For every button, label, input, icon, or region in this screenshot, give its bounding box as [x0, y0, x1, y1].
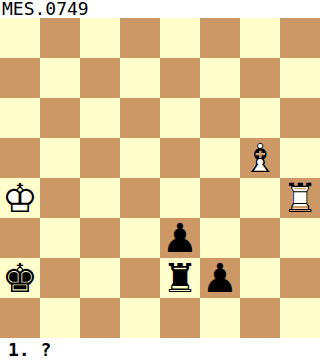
square-a2[interactable]: ♚ [0, 258, 40, 298]
square-f1[interactable] [200, 298, 240, 338]
square-a3[interactable] [0, 218, 40, 258]
square-e4[interactable] [160, 178, 200, 218]
square-h6[interactable] [280, 98, 320, 138]
square-h1[interactable] [280, 298, 320, 338]
square-h4[interactable]: ♜♖ [280, 178, 320, 218]
square-d1[interactable] [120, 298, 160, 338]
black-rook[interactable]: ♜ [160, 258, 200, 298]
square-h2[interactable] [280, 258, 320, 298]
square-h5[interactable] [280, 138, 320, 178]
square-d6[interactable] [120, 98, 160, 138]
square-c2[interactable] [80, 258, 120, 298]
square-e5[interactable] [160, 138, 200, 178]
square-b6[interactable] [40, 98, 80, 138]
square-b7[interactable] [40, 58, 80, 98]
square-g3[interactable] [240, 218, 280, 258]
white-rook[interactable]: ♜♖ [280, 178, 320, 218]
square-d2[interactable] [120, 258, 160, 298]
square-g7[interactable] [240, 58, 280, 98]
square-f2[interactable]: ♟ [200, 258, 240, 298]
square-c5[interactable] [80, 138, 120, 178]
square-d3[interactable] [120, 218, 160, 258]
square-c8[interactable] [80, 18, 120, 58]
square-e6[interactable] [160, 98, 200, 138]
square-h3[interactable] [280, 218, 320, 258]
square-a4[interactable]: ♚♔ [0, 178, 40, 218]
white-bishop[interactable]: ♝♗ [240, 138, 280, 178]
square-g1[interactable] [240, 298, 280, 338]
square-f6[interactable] [200, 98, 240, 138]
square-f5[interactable] [200, 138, 240, 178]
square-c1[interactable] [80, 298, 120, 338]
square-b4[interactable] [40, 178, 80, 218]
rook-outline: ♖ [280, 178, 320, 218]
square-c3[interactable] [80, 218, 120, 258]
square-b5[interactable] [40, 138, 80, 178]
square-c6[interactable] [80, 98, 120, 138]
square-a7[interactable] [0, 58, 40, 98]
black-pawn[interactable]: ♟ [200, 258, 240, 298]
square-a8[interactable] [0, 18, 40, 58]
square-d5[interactable] [120, 138, 160, 178]
square-f7[interactable] [200, 58, 240, 98]
square-g2[interactable] [240, 258, 280, 298]
square-a1[interactable] [0, 298, 40, 338]
bishop-outline: ♗ [240, 138, 280, 178]
square-e3[interactable]: ♟ [160, 218, 200, 258]
square-g8[interactable] [240, 18, 280, 58]
square-b1[interactable] [40, 298, 80, 338]
square-b3[interactable] [40, 218, 80, 258]
square-f3[interactable] [200, 218, 240, 258]
diagram-title: MES.0749 [0, 0, 320, 18]
square-b2[interactable] [40, 258, 80, 298]
king-outline: ♔ [0, 178, 40, 218]
square-g6[interactable] [240, 98, 280, 138]
chess-board: ♝♗♚♔♜♖♟♚♜♟ [0, 18, 320, 338]
black-pawn[interactable]: ♟ [160, 218, 200, 258]
square-e7[interactable] [160, 58, 200, 98]
square-f8[interactable] [200, 18, 240, 58]
black-king[interactable]: ♚ [0, 258, 40, 298]
square-a6[interactable] [0, 98, 40, 138]
square-f4[interactable] [200, 178, 240, 218]
square-h7[interactable] [280, 58, 320, 98]
square-c7[interactable] [80, 58, 120, 98]
square-e8[interactable] [160, 18, 200, 58]
square-h8[interactable] [280, 18, 320, 58]
square-d7[interactable] [120, 58, 160, 98]
square-g5[interactable]: ♝♗ [240, 138, 280, 178]
square-b8[interactable] [40, 18, 80, 58]
white-king[interactable]: ♚♔ [0, 178, 40, 218]
square-g4[interactable] [240, 178, 280, 218]
move-prompt: 1. ? [0, 338, 320, 360]
square-e2[interactable]: ♜ [160, 258, 200, 298]
square-c4[interactable] [80, 178, 120, 218]
square-d8[interactable] [120, 18, 160, 58]
chess-diagram-page: MES.0749 ♝♗♚♔♜♖♟♚♜♟ 1. ? [0, 0, 320, 360]
square-d4[interactable] [120, 178, 160, 218]
square-a5[interactable] [0, 138, 40, 178]
square-e1[interactable] [160, 298, 200, 338]
